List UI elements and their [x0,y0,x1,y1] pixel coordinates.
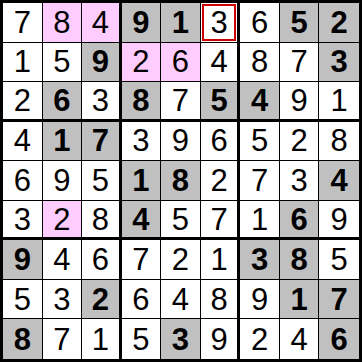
cell-r2c6[interactable]: 4 [201,43,241,83]
cell-r9c1[interactable]: 8 [3,319,43,359]
cell-r4c9[interactable]: 8 [319,122,359,162]
cell-r8c3[interactable]: 2 [82,280,122,320]
cell-r3c3[interactable]: 3 [82,82,122,122]
cell-r3c6[interactable]: 5 [201,82,241,122]
cell-r6c4[interactable]: 4 [122,201,162,241]
cell-r2c2[interactable]: 5 [43,43,83,83]
cell-r6c1[interactable]: 3 [3,201,43,241]
cell-r3c7[interactable]: 4 [240,82,280,122]
cell-r2c1[interactable]: 1 [3,43,43,83]
cell-r4c6[interactable]: 6 [201,122,241,162]
cell-r6c8[interactable]: 6 [280,201,320,241]
cell-r1c1[interactable]: 7 [3,3,43,43]
cell-r6c3[interactable]: 8 [82,201,122,241]
cell-r4c7[interactable]: 5 [240,122,280,162]
sudoku-board: 7849136521592648732638754914173965286951… [0,0,362,362]
cell-r4c3[interactable]: 7 [82,122,122,162]
cell-r3c4[interactable]: 8 [122,82,162,122]
cell-r8c8[interactable]: 1 [280,280,320,320]
cell-r4c1[interactable]: 4 [3,122,43,162]
cell-r5c1[interactable]: 6 [3,161,43,201]
cell-r5c3[interactable]: 5 [82,161,122,201]
cell-r2c9[interactable]: 3 [319,43,359,83]
cell-r2c8[interactable]: 7 [280,43,320,83]
cell-r5c4[interactable]: 1 [122,161,162,201]
cell-r8c2[interactable]: 3 [43,280,83,320]
cell-r1c4[interactable]: 9 [122,3,162,43]
cell-r1c5[interactable]: 1 [161,3,201,43]
cell-r9c7[interactable]: 2 [240,319,280,359]
cell-r1c2[interactable]: 8 [43,3,83,43]
cell-r3c5[interactable]: 7 [161,82,201,122]
cell-r7c3[interactable]: 6 [82,240,122,280]
cell-r7c9[interactable]: 5 [319,240,359,280]
cell-r8c1[interactable]: 5 [3,280,43,320]
cell-r3c2[interactable]: 6 [43,82,83,122]
cell-r6c6[interactable]: 7 [201,201,241,241]
cell-r7c8[interactable]: 8 [280,240,320,280]
cell-r5c7[interactable]: 7 [240,161,280,201]
cell-r1c9[interactable]: 2 [319,3,359,43]
cell-r9c3[interactable]: 1 [82,319,122,359]
cell-r3c9[interactable]: 1 [319,82,359,122]
cell-r9c9[interactable]: 6 [319,319,359,359]
cell-r8c9[interactable]: 7 [319,280,359,320]
cell-r7c1[interactable]: 9 [3,240,43,280]
cell-r1c3[interactable]: 4 [82,3,122,43]
cell-r2c3[interactable]: 9 [82,43,122,83]
cell-r7c2[interactable]: 4 [43,240,83,280]
cell-r8c4[interactable]: 6 [122,280,162,320]
cell-r5c9[interactable]: 4 [319,161,359,201]
cell-r2c4[interactable]: 2 [122,43,162,83]
cell-r9c8[interactable]: 4 [280,319,320,359]
selected-cell-ring [202,4,237,41]
cell-r8c5[interactable]: 4 [161,280,201,320]
cell-r5c2[interactable]: 9 [43,161,83,201]
cell-r6c2[interactable]: 2 [43,201,83,241]
cell-r8c7[interactable]: 9 [240,280,280,320]
cell-r7c6[interactable]: 1 [201,240,241,280]
cell-r3c8[interactable]: 9 [280,82,320,122]
cell-r6c9[interactable]: 9 [319,201,359,241]
cell-r7c4[interactable]: 7 [122,240,162,280]
cell-r3c1[interactable]: 2 [3,82,43,122]
cell-r8c6[interactable]: 8 [201,280,241,320]
cell-r2c5[interactable]: 6 [161,43,201,83]
cell-r4c4[interactable]: 3 [122,122,162,162]
cell-r7c5[interactable]: 2 [161,240,201,280]
cell-r9c4[interactable]: 5 [122,319,162,359]
cell-r1c8[interactable]: 5 [280,3,320,43]
cell-r5c6[interactable]: 2 [201,161,241,201]
cell-r9c5[interactable]: 3 [161,319,201,359]
cell-r5c5[interactable]: 8 [161,161,201,201]
cell-r1c7[interactable]: 6 [240,3,280,43]
cell-r6c7[interactable]: 1 [240,201,280,241]
cell-r9c6[interactable]: 9 [201,319,241,359]
cell-r5c8[interactable]: 3 [280,161,320,201]
cell-r9c2[interactable]: 7 [43,319,83,359]
cell-r4c5[interactable]: 9 [161,122,201,162]
cell-r4c2[interactable]: 1 [43,122,83,162]
cell-r1c6[interactable]: 3 [201,3,241,43]
cell-r7c7[interactable]: 3 [240,240,280,280]
cell-r6c5[interactable]: 5 [161,201,201,241]
cell-r2c7[interactable]: 8 [240,43,280,83]
cell-r4c8[interactable]: 2 [280,122,320,162]
